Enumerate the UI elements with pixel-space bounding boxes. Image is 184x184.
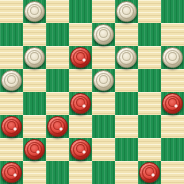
checkers-board bbox=[0, 0, 184, 184]
square-r7c5 bbox=[115, 161, 138, 184]
piece-highlight bbox=[36, 150, 40, 154]
square-r2c6 bbox=[138, 46, 161, 69]
square-r0c7[interactable] bbox=[161, 0, 184, 23]
square-r1c0[interactable] bbox=[0, 23, 23, 46]
white-piece[interactable] bbox=[116, 47, 137, 68]
square-r6c3[interactable] bbox=[69, 138, 92, 161]
white-piece[interactable] bbox=[1, 70, 22, 91]
square-r2c1[interactable] bbox=[23, 46, 46, 69]
piece-highlight bbox=[151, 173, 155, 177]
red-piece[interactable] bbox=[70, 47, 91, 68]
square-r5c2[interactable] bbox=[46, 115, 69, 138]
square-r4c5[interactable] bbox=[115, 92, 138, 115]
square-r3c7 bbox=[161, 69, 184, 92]
piece-highlight bbox=[13, 127, 17, 131]
square-r1c7 bbox=[161, 23, 184, 46]
white-piece[interactable] bbox=[93, 24, 114, 45]
red-piece[interactable] bbox=[1, 162, 22, 183]
square-r1c1 bbox=[23, 23, 46, 46]
white-piece[interactable] bbox=[24, 47, 45, 68]
piece-highlight bbox=[174, 104, 178, 108]
piece-highlight bbox=[59, 127, 63, 131]
square-r3c2[interactable] bbox=[46, 69, 69, 92]
square-r4c4 bbox=[92, 92, 115, 115]
square-r6c2 bbox=[46, 138, 69, 161]
piece-highlight bbox=[82, 150, 86, 154]
square-r1c3 bbox=[69, 23, 92, 46]
square-r3c0[interactable] bbox=[0, 69, 23, 92]
white-piece[interactable] bbox=[93, 70, 114, 91]
square-r6c5[interactable] bbox=[115, 138, 138, 161]
square-r7c6[interactable] bbox=[138, 161, 161, 184]
square-r7c7 bbox=[161, 161, 184, 184]
square-r2c3[interactable] bbox=[69, 46, 92, 69]
square-r6c7[interactable] bbox=[161, 138, 184, 161]
square-r4c2 bbox=[46, 92, 69, 115]
red-piece[interactable] bbox=[24, 139, 45, 160]
square-r0c6 bbox=[138, 0, 161, 23]
square-r7c3 bbox=[69, 161, 92, 184]
piece-highlight bbox=[82, 58, 86, 62]
white-piece[interactable] bbox=[116, 1, 137, 22]
red-piece[interactable] bbox=[70, 139, 91, 160]
square-r7c1 bbox=[23, 161, 46, 184]
square-r5c0[interactable] bbox=[0, 115, 23, 138]
red-piece[interactable] bbox=[70, 93, 91, 114]
piece-highlight bbox=[82, 104, 86, 108]
square-r4c6 bbox=[138, 92, 161, 115]
square-r6c1[interactable] bbox=[23, 138, 46, 161]
square-r0c3[interactable] bbox=[69, 0, 92, 23]
square-r5c6[interactable] bbox=[138, 115, 161, 138]
square-r5c7 bbox=[161, 115, 184, 138]
square-r0c0 bbox=[0, 0, 23, 23]
square-r0c2 bbox=[46, 0, 69, 23]
square-r0c5[interactable] bbox=[115, 0, 138, 23]
square-r7c2[interactable] bbox=[46, 161, 69, 184]
square-r6c4 bbox=[92, 138, 115, 161]
square-r6c0 bbox=[0, 138, 23, 161]
square-r5c3 bbox=[69, 115, 92, 138]
square-r3c4[interactable] bbox=[92, 69, 115, 92]
red-piece[interactable] bbox=[162, 93, 183, 114]
square-r3c3 bbox=[69, 69, 92, 92]
square-r7c4[interactable] bbox=[92, 161, 115, 184]
square-r2c4 bbox=[92, 46, 115, 69]
square-r0c4 bbox=[92, 0, 115, 23]
square-r1c2[interactable] bbox=[46, 23, 69, 46]
square-r2c2 bbox=[46, 46, 69, 69]
square-r2c7[interactable] bbox=[161, 46, 184, 69]
square-r5c5 bbox=[115, 115, 138, 138]
square-r3c5 bbox=[115, 69, 138, 92]
white-piece[interactable] bbox=[162, 47, 183, 68]
square-r5c1 bbox=[23, 115, 46, 138]
square-r5c4[interactable] bbox=[92, 115, 115, 138]
square-r1c4[interactable] bbox=[92, 23, 115, 46]
square-r1c5 bbox=[115, 23, 138, 46]
square-r7c0[interactable] bbox=[0, 161, 23, 184]
square-r0c1[interactable] bbox=[23, 0, 46, 23]
piece-highlight bbox=[13, 173, 17, 177]
white-piece[interactable] bbox=[24, 1, 45, 22]
square-r4c7[interactable] bbox=[161, 92, 184, 115]
square-r4c0 bbox=[0, 92, 23, 115]
square-r3c6[interactable] bbox=[138, 69, 161, 92]
square-r2c5[interactable] bbox=[115, 46, 138, 69]
red-piece[interactable] bbox=[47, 116, 68, 137]
square-r3c1 bbox=[23, 69, 46, 92]
red-piece[interactable] bbox=[139, 162, 160, 183]
square-r1c6[interactable] bbox=[138, 23, 161, 46]
square-r4c3[interactable] bbox=[69, 92, 92, 115]
square-r2c0 bbox=[0, 46, 23, 69]
red-piece[interactable] bbox=[1, 116, 22, 137]
square-r6c6 bbox=[138, 138, 161, 161]
square-r4c1[interactable] bbox=[23, 92, 46, 115]
